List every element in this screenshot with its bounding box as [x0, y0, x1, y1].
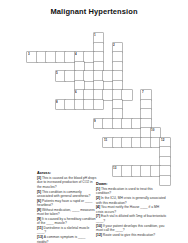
cell-number: 10: [151, 128, 154, 131]
grid-cell[interactable]: [37, 52, 47, 62]
grid-cell[interactable]: [103, 90, 113, 100]
cell-number: 6: [75, 90, 77, 93]
cell-number: 8: [56, 100, 58, 103]
grid-cell[interactable]: 11: [103, 138, 113, 148]
clue: [9] It is caused by a hereditary conditi…: [37, 217, 97, 226]
clue: [13] A common symptom is ____ rigidity?: [37, 235, 97, 243]
grid-cell[interactable]: [141, 138, 151, 148]
cell-number: 1: [94, 33, 96, 36]
grid-cell[interactable]: 9: [94, 119, 104, 129]
grid-cell[interactable]: [65, 71, 75, 81]
grid-cell[interactable]: [94, 100, 104, 110]
grid-cell[interactable]: [65, 100, 75, 110]
grid-cell[interactable]: [84, 52, 94, 62]
grid-cell[interactable]: [141, 119, 151, 129]
grid-cell[interactable]: [113, 109, 123, 119]
grid-cell[interactable]: 3: [27, 52, 37, 62]
down-header: Down:: [96, 182, 167, 186]
clue-number: [1]: [96, 187, 101, 190]
grid-cell[interactable]: [151, 166, 161, 176]
down-clues-section: Down: [1] This medication is used to tre…: [96, 182, 169, 243]
grid-cell[interactable]: 5: [56, 71, 66, 81]
clue-number: [4]: [96, 206, 101, 209]
across-header: Across:: [37, 171, 97, 175]
clue-number: [6]: [37, 199, 42, 202]
grid-cell[interactable]: [113, 71, 123, 81]
cell-number: 9: [94, 119, 96, 122]
grid-cell[interactable]: [94, 71, 104, 81]
grid-cell[interactable]: [75, 71, 85, 81]
cell-number: 4: [75, 52, 77, 55]
cell-number: 7: [142, 90, 144, 93]
grid-cell[interactable]: [132, 166, 142, 176]
grid-cell[interactable]: [94, 81, 104, 91]
grid-cell[interactable]: 8: [56, 100, 66, 110]
grid-cell[interactable]: [132, 138, 142, 148]
cell-number: 13: [113, 166, 116, 169]
grid-cell[interactable]: [160, 166, 170, 176]
grid-cell[interactable]: [103, 71, 113, 81]
grid-cell[interactable]: [113, 119, 123, 129]
clue: [8] Without medication, ____ measures mu…: [37, 208, 97, 217]
grid-cell[interactable]: [103, 119, 113, 129]
clue: [5] This condition is commonly associate…: [37, 189, 97, 198]
grid-cell[interactable]: [56, 52, 66, 62]
grid-cell[interactable]: [141, 100, 151, 110]
grid-cell[interactable]: [84, 71, 94, 81]
cell-number: 11: [104, 138, 107, 141]
grid-cell[interactable]: 10: [151, 128, 161, 138]
grid-cell[interactable]: 2: [113, 43, 123, 53]
grid-cell[interactable]: [113, 81, 123, 91]
grid-cell[interactable]: [84, 90, 94, 100]
clue: [2] In the ICU, MH crisis is generally a…: [96, 196, 167, 205]
grid-cell[interactable]: [113, 62, 123, 72]
grid-cell[interactable]: [151, 138, 161, 148]
clue: [4] You must notify the House ____ if a …: [96, 205, 167, 214]
cell-number: 2: [113, 43, 115, 46]
down-clue-list: [1] This medication is used to treat thi…: [96, 187, 167, 237]
clue-number: [11]: [37, 226, 44, 229]
clue-number: [7]: [96, 215, 101, 218]
grid-cell[interactable]: [75, 81, 85, 91]
clue: [10] If your patient develops this condi…: [96, 223, 167, 232]
grid-cell[interactable]: [75, 62, 85, 72]
grid-cell[interactable]: [160, 157, 170, 167]
grid-cell[interactable]: [141, 166, 151, 176]
grid-cell[interactable]: [75, 100, 85, 110]
clue-number: [12]: [96, 233, 103, 236]
puzzle-title: Malignant Hypertension: [0, 7, 188, 16]
grid-cell[interactable]: [113, 138, 123, 148]
grid-cell[interactable]: [122, 166, 132, 176]
grid-cell[interactable]: 1: [94, 33, 104, 43]
across-clues-section: Across: [3] This is caused as the blood …: [37, 171, 97, 243]
grid-cell[interactable]: [46, 52, 56, 62]
grid-cell[interactable]: [141, 109, 151, 119]
grid-cell[interactable]: [94, 62, 104, 72]
grid-cell[interactable]: [94, 52, 104, 62]
clue-number: [2]: [96, 196, 101, 199]
clue: [1] This medication is used to treat thi…: [96, 187, 167, 196]
grid-cell[interactable]: [122, 138, 132, 148]
clue: [3] This is caused as the blood pH drops…: [37, 176, 97, 189]
clue: [12] Route used to give this medication?: [96, 233, 167, 237]
grid-cell[interactable]: 13: [113, 166, 123, 176]
clue-number: [3]: [37, 176, 42, 179]
clue: [7] Each vial is diluted with 5mg of bac…: [96, 214, 167, 223]
clue: [11] Dantrolene is a skeletal muscle ___…: [37, 226, 97, 235]
clue: [6] Patients may have a rapid or ____ he…: [37, 198, 97, 207]
cell-number: 5: [56, 71, 58, 74]
grid-cell[interactable]: [113, 100, 123, 110]
grid-cell[interactable]: [132, 119, 142, 129]
clue-number: [5]: [37, 190, 42, 193]
grid-cell[interactable]: [122, 119, 132, 129]
across-clue-list: [3] This is caused as the blood pH drops…: [37, 176, 97, 243]
crossword-grid: 12345678910111213: [27, 33, 179, 185]
clue-number: [10]: [96, 224, 103, 227]
grid-cell[interactable]: [160, 147, 170, 157]
grid-cell[interactable]: [113, 90, 123, 100]
grid-cell[interactable]: 4: [75, 52, 85, 62]
grid-cell[interactable]: [65, 52, 75, 62]
grid-cell[interactable]: [94, 43, 104, 53]
cell-number: 3: [28, 52, 30, 55]
clue-number: [9]: [37, 217, 42, 220]
grid-cell[interactable]: [94, 90, 104, 100]
grid-cell[interactable]: [84, 100, 94, 110]
grid-cell[interactable]: 6: [75, 90, 85, 100]
grid-cell[interactable]: [141, 128, 151, 138]
grid-cell[interactable]: [122, 90, 132, 100]
cell-number: 12: [161, 138, 164, 141]
clue-number: [13]: [37, 235, 44, 238]
clue-number: [8]: [37, 208, 42, 211]
grid-cell[interactable]: 7: [141, 90, 151, 100]
grid-cell[interactable]: 12: [160, 138, 170, 148]
grid-cell[interactable]: [113, 52, 123, 62]
